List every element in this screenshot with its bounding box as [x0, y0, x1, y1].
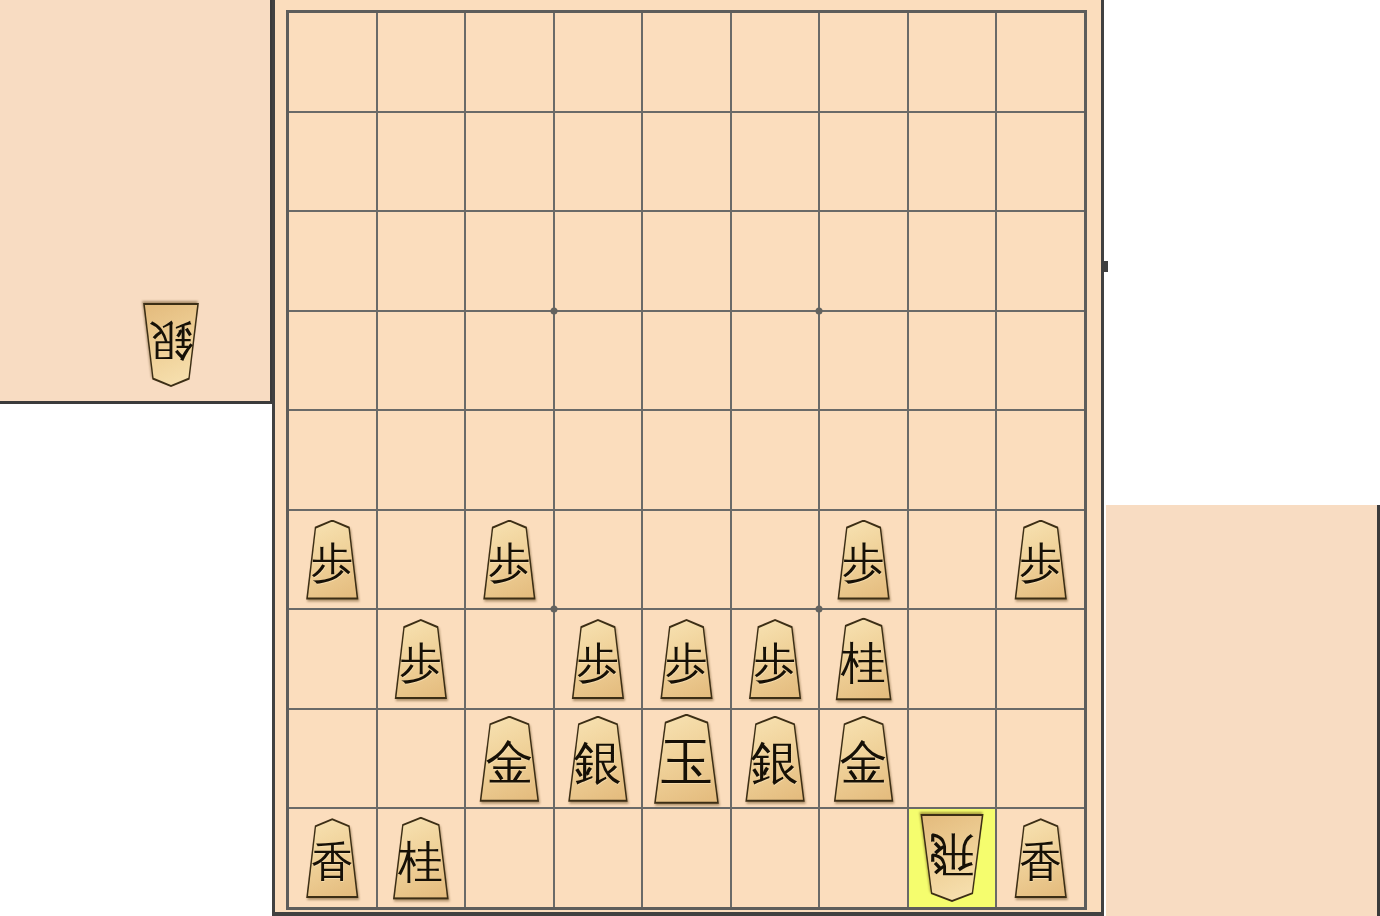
board-square-8e[interactable]	[378, 411, 465, 509]
board-square-3c[interactable]	[820, 212, 907, 310]
piece-kanji: 銀	[742, 716, 808, 802]
board-square-5a[interactable]	[643, 13, 730, 111]
sente-gold-7h[interactable]: 金	[476, 716, 542, 802]
sente-lance-1i[interactable]: 香	[1012, 818, 1070, 898]
piece-kanji: 玉	[650, 714, 722, 804]
piece-kanji: 歩	[1012, 520, 1070, 600]
board-square-5c[interactable]	[643, 212, 730, 310]
board-square-5d[interactable]	[643, 312, 730, 410]
piece-kanji: 銀	[565, 716, 631, 802]
piece-kanji: 銀	[140, 303, 202, 387]
board-square-5g[interactable]: 歩	[643, 610, 730, 708]
gote-hand-piece-silver[interactable]: 銀	[140, 303, 202, 387]
board-square-8a[interactable]	[378, 13, 465, 111]
board-square-5b[interactable]	[643, 113, 730, 211]
piece-kanji: 歩	[657, 619, 715, 699]
board-square-6e[interactable]	[555, 411, 642, 509]
board-square-8g[interactable]: 歩	[378, 610, 465, 708]
board-square-4e[interactable]	[732, 411, 819, 509]
board-square-1d[interactable]	[997, 312, 1084, 410]
sente-pawn-9f[interactable]: 歩	[303, 520, 361, 600]
piece-kanji: 桂	[833, 618, 895, 701]
board-square-2f[interactable]	[909, 511, 996, 609]
board-square-2h[interactable]	[909, 710, 996, 808]
board-square-3a[interactable]	[820, 13, 907, 111]
piece-kanji: 歩	[392, 619, 450, 699]
board-square-3f[interactable]: 歩	[820, 511, 907, 609]
board-square-1i[interactable]: 香	[997, 809, 1084, 907]
board-square-8d[interactable]	[378, 312, 465, 410]
board-square-7b[interactable]	[466, 113, 553, 211]
board-square-6g[interactable]: 歩	[555, 610, 642, 708]
sente-king-5h[interactable]: 玉	[650, 714, 722, 804]
board-square-1e[interactable]	[997, 411, 1084, 509]
piece-kanji: 歩	[569, 619, 627, 699]
sente-pawn-4g[interactable]: 歩	[746, 619, 804, 699]
sente-knight-8i[interactable]: 桂	[390, 817, 452, 900]
board-square-3b[interactable]	[820, 113, 907, 211]
board-square-5e[interactable]	[643, 411, 730, 509]
board-square-2b[interactable]	[909, 113, 996, 211]
board-square-3g[interactable]: 桂	[820, 610, 907, 708]
board-square-5h[interactable]: 玉	[643, 710, 730, 808]
board-square-4c[interactable]	[732, 212, 819, 310]
piece-kanji: 桂	[390, 817, 452, 900]
shogi-board-panel: 歩歩歩歩歩歩歩歩桂金銀玉銀金香桂飛香	[272, 0, 1104, 916]
sente-silver-6h[interactable]: 銀	[565, 716, 631, 802]
board-square-6d[interactable]	[555, 312, 642, 410]
board-square-6i[interactable]	[555, 809, 642, 907]
board-square-3e[interactable]	[820, 411, 907, 509]
board-square-9c[interactable]	[289, 212, 376, 310]
sente-silver-4h[interactable]: 銀	[742, 716, 808, 802]
board-square-4b[interactable]	[732, 113, 819, 211]
sente-hand-tray	[1106, 505, 1380, 916]
board-square-3i[interactable]	[820, 809, 907, 907]
board-square-8b[interactable]	[378, 113, 465, 211]
sente-lance-9i[interactable]: 香	[303, 818, 361, 898]
piece-kanji: 歩	[303, 520, 361, 600]
board-square-3d[interactable]	[820, 312, 907, 410]
board-square-7d[interactable]	[466, 312, 553, 410]
board-square-1a[interactable]	[997, 13, 1084, 111]
board-square-8i[interactable]: 桂	[378, 809, 465, 907]
board-square-7c[interactable]	[466, 212, 553, 310]
sente-gold-3h[interactable]: 金	[831, 716, 897, 802]
board-square-9f[interactable]: 歩	[289, 511, 376, 609]
board-square-6h[interactable]: 銀	[555, 710, 642, 808]
board-square-2g[interactable]	[909, 610, 996, 708]
board-square-5f[interactable]	[643, 511, 730, 609]
board-square-4d[interactable]	[732, 312, 819, 410]
sente-knight-3g[interactable]: 桂	[833, 618, 895, 701]
sente-pawn-8g[interactable]: 歩	[392, 619, 450, 699]
board-square-6b[interactable]	[555, 113, 642, 211]
sente-pawn-7f[interactable]: 歩	[480, 520, 538, 600]
gote-hand-tray: 銀	[0, 0, 272, 404]
piece-kanji: 金	[831, 716, 897, 802]
board-square-2i[interactable]: 飛	[909, 809, 996, 907]
board-square-2c[interactable]	[909, 212, 996, 310]
board-square-7g[interactable]	[466, 610, 553, 708]
board-square-7i[interactable]	[466, 809, 553, 907]
board-square-3h[interactable]: 金	[820, 710, 907, 808]
board-square-2d[interactable]	[909, 312, 996, 410]
board-square-4g[interactable]: 歩	[732, 610, 819, 708]
board-square-4h[interactable]: 銀	[732, 710, 819, 808]
shogi-app: 銀 歩歩歩歩歩歩歩歩桂金銀玉銀金香桂飛香	[0, 0, 1380, 916]
sente-pawn-5g[interactable]: 歩	[657, 619, 715, 699]
board-square-9d[interactable]	[289, 312, 376, 410]
piece-kanji: 香	[303, 818, 361, 898]
sente-pawn-3f[interactable]: 歩	[835, 520, 893, 600]
piece-kanji: 歩	[835, 520, 893, 600]
board-square-4f[interactable]	[732, 511, 819, 609]
board-square-1c[interactable]	[997, 212, 1084, 310]
piece-kanji: 歩	[480, 520, 538, 600]
piece-kanji: 歩	[746, 619, 804, 699]
board-square-7f[interactable]: 歩	[466, 511, 553, 609]
board-square-9b[interactable]	[289, 113, 376, 211]
board-square-2e[interactable]	[909, 411, 996, 509]
piece-kanji: 香	[1012, 818, 1070, 898]
board-square-9g[interactable]	[289, 610, 376, 708]
board-square-1h[interactable]	[997, 710, 1084, 808]
sente-pawn-1f[interactable]: 歩	[1012, 520, 1070, 600]
board-square-9a[interactable]	[289, 13, 376, 111]
board-square-8c[interactable]	[378, 212, 465, 310]
board-square-1f[interactable]: 歩	[997, 511, 1084, 609]
gote-rook-2i[interactable]: 飛	[917, 814, 987, 902]
board-square-6a[interactable]	[555, 13, 642, 111]
sente-pawn-6g[interactable]: 歩	[569, 619, 627, 699]
board-square-7e[interactable]	[466, 411, 553, 509]
board-square-8f[interactable]	[378, 511, 465, 609]
board-square-9e[interactable]	[289, 411, 376, 509]
board-square-6f[interactable]	[555, 511, 642, 609]
board-square-8h[interactable]	[378, 710, 465, 808]
board-square-6c[interactable]	[555, 212, 642, 310]
board-square-5i[interactable]	[643, 809, 730, 907]
board-square-9i[interactable]: 香	[289, 809, 376, 907]
piece-kanji: 金	[476, 716, 542, 802]
board-square-1b[interactable]	[997, 113, 1084, 211]
board-edge-notch	[1102, 261, 1108, 272]
board-square-4a[interactable]	[732, 13, 819, 111]
board-square-9h[interactable]	[289, 710, 376, 808]
board-square-4i[interactable]	[732, 809, 819, 907]
shogi-board-grid: 歩歩歩歩歩歩歩歩桂金銀玉銀金香桂飛香	[286, 10, 1087, 910]
piece-kanji: 飛	[917, 814, 987, 902]
board-square-7h[interactable]: 金	[466, 710, 553, 808]
board-square-2a[interactable]	[909, 13, 996, 111]
board-square-1g[interactable]	[997, 610, 1084, 708]
board-square-7a[interactable]	[466, 13, 553, 111]
